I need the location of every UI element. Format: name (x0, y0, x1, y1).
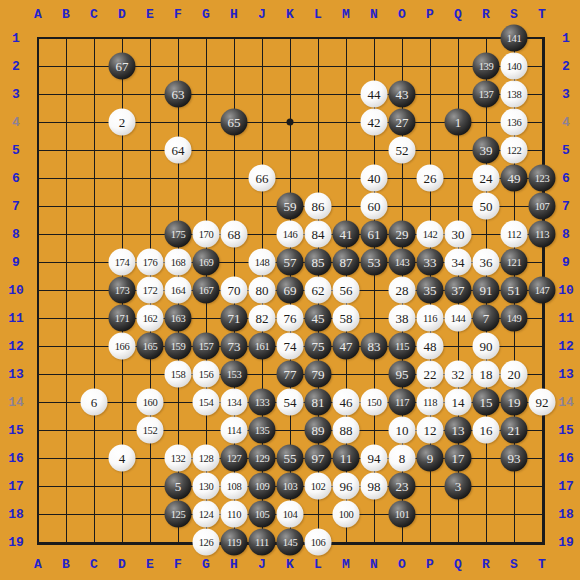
black-stone-move-77-K13[interactable]: 77 (277, 361, 304, 388)
move-number: 98 (368, 478, 381, 494)
move-number: 55 (284, 450, 297, 466)
white-stone-move-140-S2[interactable]: 140 (501, 53, 528, 80)
col-label-bottom-J: J (248, 556, 276, 573)
white-stone-move-52-O5[interactable]: 52 (389, 137, 416, 164)
move-number: 57 (284, 254, 297, 270)
move-number: 75 (312, 338, 325, 354)
black-stone-move-135-J15[interactable]: 135 (249, 417, 276, 444)
white-stone-move-74-K12[interactable]: 74 (277, 333, 304, 360)
black-stone-move-137-R3[interactable]: 137 (473, 81, 500, 108)
move-number: 104 (283, 509, 298, 520)
white-stone-move-174-D9[interactable]: 174 (109, 249, 136, 276)
white-stone-move-138-S3[interactable]: 138 (501, 81, 528, 108)
black-stone-move-71-H11[interactable]: 71 (221, 305, 248, 332)
col-label-bottom-S: S (500, 556, 528, 573)
move-number: 176 (143, 257, 158, 268)
white-stone-move-164-F10[interactable]: 164 (165, 277, 192, 304)
move-number: 3 (455, 478, 462, 494)
black-stone-move-119-H19[interactable]: 119 (221, 529, 248, 556)
white-stone-move-82-J11[interactable]: 82 (249, 305, 276, 332)
row-label-right-16: 16 (552, 450, 580, 467)
black-stone-move-101-O18[interactable]: 101 (389, 501, 416, 528)
white-stone-move-40-N6[interactable]: 40 (361, 165, 388, 192)
col-label-top-B: B (52, 6, 80, 23)
col-label-top-C: C (80, 6, 108, 23)
white-stone-move-6-C14[interactable]: 6 (81, 389, 108, 416)
black-stone-move-49-S6[interactable]: 49 (501, 165, 528, 192)
black-stone-move-87-M9[interactable]: 87 (333, 249, 360, 276)
black-stone-move-165-E12[interactable]: 165 (137, 333, 164, 360)
move-number: 29 (396, 226, 409, 242)
white-stone-move-44-N3[interactable]: 44 (361, 81, 388, 108)
move-number: 94 (368, 450, 381, 466)
black-stone-move-143-O9[interactable]: 143 (389, 249, 416, 276)
black-stone-move-105-J18[interactable]: 105 (249, 501, 276, 528)
black-stone-move-159-F12[interactable]: 159 (165, 333, 192, 360)
row-label-right-3: 3 (552, 86, 580, 103)
white-stone-move-124-G18[interactable]: 124 (193, 501, 220, 528)
black-stone-move-61-N8[interactable]: 61 (361, 221, 388, 248)
black-stone-move-109-J17[interactable]: 109 (249, 473, 276, 500)
col-label-top-H: H (220, 6, 248, 23)
move-number: 161 (255, 341, 270, 352)
black-stone-move-1-Q4[interactable]: 1 (445, 109, 472, 136)
move-number: 110 (227, 509, 241, 520)
white-stone-move-104-K18[interactable]: 104 (277, 501, 304, 528)
black-stone-move-59-K7[interactable]: 59 (277, 193, 304, 220)
black-stone-move-127-H16[interactable]: 127 (221, 445, 248, 472)
col-label-bottom-F: F (164, 556, 192, 573)
black-stone-move-93-S16[interactable]: 93 (501, 445, 528, 472)
row-label-left-9: 9 (2, 254, 30, 271)
black-stone-move-27-O4[interactable]: 27 (389, 109, 416, 136)
white-stone-move-112-S8[interactable]: 112 (501, 221, 528, 248)
move-number: 7 (483, 310, 490, 326)
col-label-top-O: O (388, 6, 416, 23)
white-stone-move-92-T14[interactable]: 92 (529, 389, 556, 416)
white-stone-move-60-N7[interactable]: 60 (361, 193, 388, 220)
move-number: 50 (480, 198, 493, 214)
row-label-left-3: 3 (2, 86, 30, 103)
move-number: 54 (284, 394, 297, 410)
black-stone-move-125-F18[interactable]: 125 (165, 501, 192, 528)
white-stone-move-88-M15[interactable]: 88 (333, 417, 360, 444)
black-stone-move-141-S1[interactable]: 141 (501, 25, 528, 52)
move-number: 143 (395, 257, 410, 268)
black-stone-move-161-J12[interactable]: 161 (249, 333, 276, 360)
white-stone-move-98-N17[interactable]: 98 (361, 473, 388, 500)
move-number: 172 (143, 285, 158, 296)
move-number: 30 (452, 226, 465, 242)
move-number: 141 (507, 33, 522, 44)
black-stone-move-11-M16[interactable]: 11 (333, 445, 360, 472)
move-number: 5 (175, 478, 182, 494)
black-stone-move-153-H13[interactable]: 153 (221, 361, 248, 388)
white-stone-move-106-L19[interactable]: 106 (305, 529, 332, 556)
white-stone-move-130-G17[interactable]: 130 (193, 473, 220, 500)
white-stone-move-144-Q11[interactable]: 144 (445, 305, 472, 332)
move-number: 59 (284, 198, 297, 214)
move-number: 109 (255, 481, 270, 492)
white-stone-move-66-J6[interactable]: 66 (249, 165, 276, 192)
move-number: 135 (255, 425, 270, 436)
white-stone-move-14-Q14[interactable]: 14 (445, 389, 472, 416)
black-stone-move-19-S14[interactable]: 19 (501, 389, 528, 416)
white-stone-move-30-Q8[interactable]: 30 (445, 221, 472, 248)
white-stone-move-58-M11[interactable]: 58 (333, 305, 360, 332)
move-number: 41 (340, 226, 353, 242)
move-number: 156 (199, 369, 214, 380)
white-stone-move-76-K11[interactable]: 76 (277, 305, 304, 332)
white-stone-move-54-K14[interactable]: 54 (277, 389, 304, 416)
move-number: 71 (228, 310, 241, 326)
white-stone-move-86-L7[interactable]: 86 (305, 193, 332, 220)
black-stone-move-69-K10[interactable]: 69 (277, 277, 304, 304)
go-board-diagram: AABBCCDDEEFFGGHHJJKKLLMMNNOOPPQQRRSSTT11… (0, 0, 580, 580)
move-number: 20 (508, 366, 521, 382)
white-stone-move-134-H14[interactable]: 134 (221, 389, 248, 416)
move-number: 166 (115, 341, 130, 352)
move-number: 163 (171, 313, 186, 324)
white-stone-move-128-G16[interactable]: 128 (193, 445, 220, 472)
col-label-top-P: P (416, 6, 444, 23)
col-label-top-R: R (472, 6, 500, 23)
move-number: 154 (199, 397, 214, 408)
move-number: 47 (340, 338, 353, 354)
white-stone-move-116-P11[interactable]: 116 (417, 305, 444, 332)
white-stone-move-8-O16[interactable]: 8 (389, 445, 416, 472)
col-label-top-J: J (248, 6, 276, 23)
black-stone-move-29-O8[interactable]: 29 (389, 221, 416, 248)
white-stone-move-146-K8[interactable]: 146 (277, 221, 304, 248)
white-stone-move-176-E9[interactable]: 176 (137, 249, 164, 276)
black-stone-move-133-J14[interactable]: 133 (249, 389, 276, 416)
move-number: 101 (395, 509, 410, 520)
white-stone-move-48-P12[interactable]: 48 (417, 333, 444, 360)
black-stone-move-37-Q10[interactable]: 37 (445, 277, 472, 304)
white-stone-move-102-L17[interactable]: 102 (305, 473, 332, 500)
move-number: 67 (116, 58, 129, 74)
move-number: 37 (452, 282, 465, 298)
row-label-right-15: 15 (552, 422, 580, 439)
white-stone-move-122-S5[interactable]: 122 (501, 137, 528, 164)
white-stone-move-96-M17[interactable]: 96 (333, 473, 360, 500)
white-stone-move-152-E15[interactable]: 152 (137, 417, 164, 444)
white-stone-move-4-D16[interactable]: 4 (109, 445, 136, 472)
black-stone-move-123-T6[interactable]: 123 (529, 165, 556, 192)
move-number: 39 (480, 142, 493, 158)
white-stone-move-150-N14[interactable]: 150 (361, 389, 388, 416)
col-label-bottom-G: G (192, 556, 220, 573)
black-stone-move-67-D2[interactable]: 67 (109, 53, 136, 80)
move-number: 167 (199, 285, 214, 296)
white-stone-move-108-H17[interactable]: 108 (221, 473, 248, 500)
white-stone-move-38-O11[interactable]: 38 (389, 305, 416, 332)
row-label-right-17: 17 (552, 478, 580, 495)
row-label-right-19: 19 (552, 534, 580, 551)
black-stone-move-175-F8[interactable]: 175 (165, 221, 192, 248)
white-stone-move-90-R12[interactable]: 90 (473, 333, 500, 360)
white-stone-move-12-P15[interactable]: 12 (417, 417, 444, 444)
white-stone-move-16-R15[interactable]: 16 (473, 417, 500, 444)
col-label-bottom-T: T (528, 556, 556, 573)
col-label-top-A: A (24, 6, 52, 23)
move-number: 40 (368, 170, 381, 186)
white-stone-move-132-F16[interactable]: 132 (165, 445, 192, 472)
move-number: 103 (283, 481, 298, 492)
white-stone-move-110-H18[interactable]: 110 (221, 501, 248, 528)
col-label-top-E: E (136, 6, 164, 23)
black-stone-move-139-R2[interactable]: 139 (473, 53, 500, 80)
move-number: 149 (507, 313, 522, 324)
white-stone-move-70-H10[interactable]: 70 (221, 277, 248, 304)
move-number: 62 (312, 282, 325, 298)
row-label-left-7: 7 (2, 198, 30, 215)
move-number: 43 (396, 86, 409, 102)
black-stone-move-173-D10[interactable]: 173 (109, 277, 136, 304)
white-stone-move-42-N4[interactable]: 42 (361, 109, 388, 136)
black-stone-move-47-M12[interactable]: 47 (333, 333, 360, 360)
black-stone-move-41-M8[interactable]: 41 (333, 221, 360, 248)
move-number: 123 (535, 173, 550, 184)
black-stone-move-75-L12[interactable]: 75 (305, 333, 332, 360)
white-stone-move-80-J10[interactable]: 80 (249, 277, 276, 304)
move-number: 21 (508, 422, 521, 438)
white-stone-move-100-M18[interactable]: 100 (333, 501, 360, 528)
move-number: 14 (452, 394, 465, 410)
black-stone-move-97-L16[interactable]: 97 (305, 445, 332, 472)
black-stone-move-5-F17[interactable]: 5 (165, 473, 192, 500)
move-number: 145 (283, 537, 298, 548)
white-stone-move-162-E11[interactable]: 162 (137, 305, 164, 332)
move-number: 147 (535, 285, 550, 296)
white-stone-move-20-S13[interactable]: 20 (501, 361, 528, 388)
white-stone-move-28-O10[interactable]: 28 (389, 277, 416, 304)
move-number: 126 (199, 537, 214, 548)
black-stone-move-9-P16[interactable]: 9 (417, 445, 444, 472)
white-stone-move-166-D12[interactable]: 166 (109, 333, 136, 360)
move-number: 63 (172, 86, 185, 102)
black-stone-move-157-G12[interactable]: 157 (193, 333, 220, 360)
black-stone-move-95-O13[interactable]: 95 (389, 361, 416, 388)
black-stone-move-63-F3[interactable]: 63 (165, 81, 192, 108)
move-number: 107 (535, 201, 550, 212)
move-number: 81 (312, 394, 325, 410)
black-stone-move-21-S15[interactable]: 21 (501, 417, 528, 444)
move-number: 32 (452, 366, 465, 382)
move-number: 69 (284, 282, 297, 298)
move-number: 11 (340, 450, 353, 466)
move-number: 157 (199, 341, 214, 352)
black-stone-move-81-L14[interactable]: 81 (305, 389, 332, 416)
move-number: 88 (340, 422, 353, 438)
white-stone-move-34-Q9[interactable]: 34 (445, 249, 472, 276)
row-label-right-1: 1 (552, 30, 580, 47)
black-stone-move-65-H4[interactable]: 65 (221, 109, 248, 136)
white-stone-move-56-M10[interactable]: 56 (333, 277, 360, 304)
black-stone-move-7-R11[interactable]: 7 (473, 305, 500, 332)
black-stone-move-39-R5[interactable]: 39 (473, 137, 500, 164)
black-stone-move-91-R10[interactable]: 91 (473, 277, 500, 304)
move-number: 150 (367, 397, 382, 408)
white-stone-move-26-P6[interactable]: 26 (417, 165, 444, 192)
move-number: 70 (228, 282, 241, 298)
move-number: 152 (143, 425, 158, 436)
row-label-right-9: 9 (552, 254, 580, 271)
black-stone-move-43-O3[interactable]: 43 (389, 81, 416, 108)
black-stone-move-169-G9[interactable]: 169 (193, 249, 220, 276)
row-label-right-4: 4 (552, 114, 580, 131)
move-number: 138 (507, 89, 522, 100)
move-number: 105 (255, 509, 270, 520)
black-stone-move-85-L9[interactable]: 85 (305, 249, 332, 276)
move-number: 48 (424, 338, 437, 354)
move-number: 9 (427, 450, 434, 466)
white-stone-move-94-N16[interactable]: 94 (361, 445, 388, 472)
move-number: 68 (228, 226, 241, 242)
move-number: 44 (368, 86, 381, 102)
white-stone-move-168-F9[interactable]: 168 (165, 249, 192, 276)
black-stone-move-117-O14[interactable]: 117 (389, 389, 416, 416)
white-stone-move-36-R9[interactable]: 36 (473, 249, 500, 276)
black-stone-move-3-Q17[interactable]: 3 (445, 473, 472, 500)
white-stone-move-170-G8[interactable]: 170 (193, 221, 220, 248)
black-stone-move-45-L11[interactable]: 45 (305, 305, 332, 332)
move-number: 27 (396, 114, 409, 130)
col-label-top-Q: Q (444, 6, 472, 23)
row-label-right-2: 2 (552, 58, 580, 75)
white-stone-move-10-O15[interactable]: 10 (389, 417, 416, 444)
white-stone-move-114-H15[interactable]: 114 (221, 417, 248, 444)
move-number: 60 (368, 198, 381, 214)
move-number: 115 (395, 341, 409, 352)
move-number: 65 (228, 114, 241, 130)
white-stone-move-142-P8[interactable]: 142 (417, 221, 444, 248)
white-stone-move-46-M14[interactable]: 46 (333, 389, 360, 416)
white-stone-move-68-H8[interactable]: 68 (221, 221, 248, 248)
white-stone-move-64-F5[interactable]: 64 (165, 137, 192, 164)
col-label-top-D: D (108, 6, 136, 23)
col-label-bottom-N: N (360, 556, 388, 573)
white-stone-move-154-G14[interactable]: 154 (193, 389, 220, 416)
black-stone-move-79-L13[interactable]: 79 (305, 361, 332, 388)
black-stone-move-145-K19[interactable]: 145 (277, 529, 304, 556)
move-number: 144 (451, 313, 466, 324)
move-number: 117 (395, 397, 409, 408)
col-label-top-M: M (332, 6, 360, 23)
move-number: 118 (423, 397, 437, 408)
black-stone-move-163-F11[interactable]: 163 (165, 305, 192, 332)
white-stone-move-156-G13[interactable]: 156 (193, 361, 220, 388)
white-stone-move-24-R6[interactable]: 24 (473, 165, 500, 192)
white-stone-move-22-P13[interactable]: 22 (417, 361, 444, 388)
black-stone-move-73-H12[interactable]: 73 (221, 333, 248, 360)
black-stone-move-57-K9[interactable]: 57 (277, 249, 304, 276)
black-stone-move-107-T7[interactable]: 107 (529, 193, 556, 220)
row-label-right-18: 18 (552, 506, 580, 523)
white-stone-move-84-L8[interactable]: 84 (305, 221, 332, 248)
move-number: 129 (255, 453, 270, 464)
white-stone-move-160-E14[interactable]: 160 (137, 389, 164, 416)
white-stone-move-118-P14[interactable]: 118 (417, 389, 444, 416)
move-number: 125 (171, 509, 186, 520)
move-number: 61 (368, 226, 381, 242)
col-label-bottom-B: B (52, 556, 80, 573)
black-stone-move-83-N12[interactable]: 83 (361, 333, 388, 360)
black-stone-move-15-R14[interactable]: 15 (473, 389, 500, 416)
move-number: 16 (480, 422, 493, 438)
white-stone-move-18-R13[interactable]: 18 (473, 361, 500, 388)
move-number: 89 (312, 422, 325, 438)
move-number: 139 (479, 61, 494, 72)
move-number: 122 (507, 145, 522, 156)
row-label-left-18: 18 (2, 506, 30, 523)
move-number: 90 (480, 338, 493, 354)
move-number: 77 (284, 366, 297, 382)
col-label-bottom-Q: Q (444, 556, 472, 573)
move-number: 66 (256, 170, 269, 186)
move-number: 15 (480, 394, 493, 410)
move-number: 6 (91, 394, 98, 410)
black-stone-move-103-K17[interactable]: 103 (277, 473, 304, 500)
move-number: 162 (143, 313, 158, 324)
black-stone-move-111-J19[interactable]: 111 (249, 529, 276, 556)
move-number: 146 (283, 229, 298, 240)
white-stone-move-2-D4[interactable]: 2 (109, 109, 136, 136)
black-stone-move-17-Q16[interactable]: 17 (445, 445, 472, 472)
white-stone-move-62-L10[interactable]: 62 (305, 277, 332, 304)
black-stone-move-89-L15[interactable]: 89 (305, 417, 332, 444)
white-stone-move-158-F13[interactable]: 158 (165, 361, 192, 388)
move-number: 137 (479, 89, 494, 100)
move-number: 170 (199, 229, 214, 240)
black-stone-move-147-T10[interactable]: 147 (529, 277, 556, 304)
move-number: 1 (455, 114, 462, 130)
row-label-left-2: 2 (2, 58, 30, 75)
white-stone-move-136-S4[interactable]: 136 (501, 109, 528, 136)
black-stone-move-33-P9[interactable]: 33 (417, 249, 444, 276)
black-stone-move-115-O12[interactable]: 115 (389, 333, 416, 360)
move-number: 164 (171, 285, 186, 296)
black-stone-move-121-S9[interactable]: 121 (501, 249, 528, 276)
white-stone-move-126-G19[interactable]: 126 (193, 529, 220, 556)
move-number: 136 (507, 117, 522, 128)
black-stone-move-129-J16[interactable]: 129 (249, 445, 276, 472)
black-stone-move-113-T8[interactable]: 113 (529, 221, 556, 248)
black-stone-move-149-S11[interactable]: 149 (501, 305, 528, 332)
move-number: 121 (507, 257, 522, 268)
row-label-left-11: 11 (2, 310, 30, 327)
move-number: 92 (536, 394, 549, 410)
black-stone-move-51-S10[interactable]: 51 (501, 277, 528, 304)
white-stone-move-148-J9[interactable]: 148 (249, 249, 276, 276)
row-label-right-8: 8 (552, 226, 580, 243)
col-label-top-L: L (304, 6, 332, 23)
move-number: 36 (480, 254, 493, 270)
white-stone-move-32-Q13[interactable]: 32 (445, 361, 472, 388)
black-stone-move-23-O17[interactable]: 23 (389, 473, 416, 500)
black-stone-move-53-N9[interactable]: 53 (361, 249, 388, 276)
black-stone-move-35-P10[interactable]: 35 (417, 277, 444, 304)
black-stone-move-13-Q15[interactable]: 13 (445, 417, 472, 444)
black-stone-move-55-K16[interactable]: 55 (277, 445, 304, 472)
black-stone-move-167-G10[interactable]: 167 (193, 277, 220, 304)
black-stone-move-171-D11[interactable]: 171 (109, 305, 136, 332)
move-number: 12 (424, 422, 437, 438)
white-stone-move-50-R7[interactable]: 50 (473, 193, 500, 220)
white-stone-move-172-E10[interactable]: 172 (137, 277, 164, 304)
move-number: 52 (396, 142, 409, 158)
